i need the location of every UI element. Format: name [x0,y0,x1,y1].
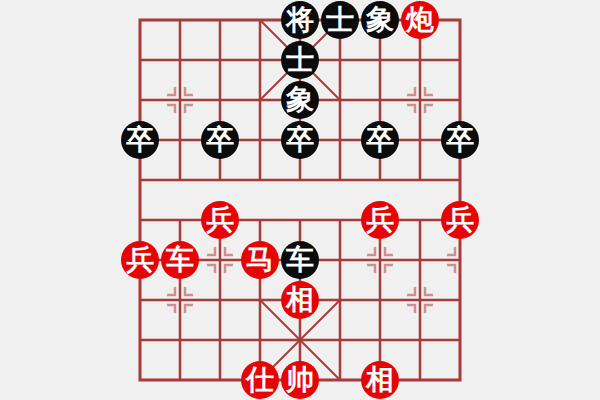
board-point-8-0[interactable] [440,0,480,40]
board-point-7-2[interactable] [400,80,440,120]
piece-black-elephant[interactable]: 象 [361,1,399,39]
board-point-0-3[interactable]: 卒 [120,120,160,160]
board-point-4-1[interactable]: 士 [280,40,320,80]
board-point-5-3[interactable] [320,120,360,160]
board-point-6-1[interactable] [360,40,400,80]
board-point-4-8[interactable] [280,320,320,360]
board-point-1-7[interactable] [160,280,200,320]
piece-black-advisor[interactable]: 士 [321,1,359,39]
xiangqi-board-grid: 将士象炮士象卒卒卒卒卒兵兵兵兵车马车相仕帅相 [120,0,480,400]
board-point-6-9[interactable]: 相 [360,360,400,400]
board-point-5-5[interactable] [320,200,360,240]
piece-red-pawn[interactable]: 兵 [121,241,159,279]
board-point-6-3[interactable]: 卒 [360,120,400,160]
board-point-0-6[interactable]: 兵 [120,240,160,280]
board-point-3-3[interactable] [240,120,280,160]
piece-red-general[interactable]: 帅 [281,361,319,399]
board-point-4-3[interactable]: 卒 [280,120,320,160]
board-point-0-7[interactable] [120,280,160,320]
board-point-2-1[interactable] [200,40,240,80]
board-point-7-6[interactable] [400,240,440,280]
board-point-8-3[interactable]: 卒 [440,120,480,160]
board-point-1-2[interactable] [160,80,200,120]
board-point-6-2[interactable] [360,80,400,120]
piece-black-pawn[interactable]: 卒 [361,121,399,159]
board-point-0-8[interactable] [120,320,160,360]
piece-black-chariot[interactable]: 车 [281,241,319,279]
board-point-3-8[interactable] [240,320,280,360]
board-point-7-8[interactable] [400,320,440,360]
board-point-3-9[interactable]: 仕 [240,360,280,400]
board-point-8-5[interactable]: 兵 [440,200,480,240]
board-point-5-8[interactable] [320,320,360,360]
board-point-0-1[interactable] [120,40,160,80]
board-point-6-5[interactable]: 兵 [360,200,400,240]
board-point-2-7[interactable] [200,280,240,320]
piece-black-pawn[interactable]: 卒 [441,121,479,159]
piece-red-pawn[interactable]: 兵 [201,201,239,239]
piece-red-pawn[interactable]: 兵 [361,201,399,239]
board-point-0-5[interactable] [120,200,160,240]
board-point-6-7[interactable] [360,280,400,320]
xiangqi-app: 将士象炮士象卒卒卒卒卒兵兵兵兵车马车相仕帅相 [0,0,600,400]
board-point-7-1[interactable] [400,40,440,80]
board-point-2-8[interactable] [200,320,240,360]
piece-red-pawn[interactable]: 兵 [441,201,479,239]
board-point-5-6[interactable] [320,240,360,280]
piece-black-pawn[interactable]: 卒 [201,121,239,159]
board-point-2-9[interactable] [200,360,240,400]
board-point-5-2[interactable] [320,80,360,120]
board-point-1-9[interactable] [160,360,200,400]
board-point-0-2[interactable] [120,80,160,120]
board-point-8-4[interactable] [440,160,480,200]
piece-red-cannon[interactable]: 炮 [401,1,439,39]
board-point-4-4[interactable] [280,160,320,200]
board-point-1-0[interactable] [160,0,200,40]
piece-red-elephant[interactable]: 相 [361,361,399,399]
board-point-7-4[interactable] [400,160,440,200]
board-point-6-6[interactable] [360,240,400,280]
board-point-5-9[interactable] [320,360,360,400]
board-point-8-8[interactable] [440,320,480,360]
board-point-1-6[interactable]: 车 [160,240,200,280]
piece-black-advisor[interactable]: 士 [281,41,319,79]
board-point-8-6[interactable] [440,240,480,280]
board-point-6-4[interactable] [360,160,400,200]
board-point-0-0[interactable] [120,0,160,40]
board-point-8-7[interactable] [440,280,480,320]
board-point-1-1[interactable] [160,40,200,80]
board-point-3-1[interactable] [240,40,280,80]
board-point-4-7[interactable]: 相 [280,280,320,320]
board-point-5-1[interactable] [320,40,360,80]
board-point-7-7[interactable] [400,280,440,320]
board-point-3-2[interactable] [240,80,280,120]
board-point-2-2[interactable] [200,80,240,120]
board-point-6-8[interactable] [360,320,400,360]
board-point-4-5[interactable] [280,200,320,240]
board-point-0-9[interactable] [120,360,160,400]
piece-red-elephant[interactable]: 相 [281,281,319,319]
piece-black-pawn[interactable]: 卒 [121,121,159,159]
board-point-1-8[interactable] [160,320,200,360]
board-point-3-7[interactable] [240,280,280,320]
piece-black-elephant[interactable]: 象 [281,81,319,119]
board-point-7-3[interactable] [400,120,440,160]
board-point-5-0[interactable]: 士 [320,0,360,40]
board-point-1-3[interactable] [160,120,200,160]
board-point-7-0[interactable]: 炮 [400,0,440,40]
board-point-2-6[interactable] [200,240,240,280]
board-point-3-6[interactable]: 马 [240,240,280,280]
board-point-2-4[interactable] [200,160,240,200]
piece-red-horse[interactable]: 马 [241,241,279,279]
board-point-6-0[interactable]: 象 [360,0,400,40]
board-point-2-3[interactable]: 卒 [200,120,240,160]
board-point-4-6[interactable]: 车 [280,240,320,280]
board-point-8-9[interactable] [440,360,480,400]
board-point-4-9[interactable]: 帅 [280,360,320,400]
board-point-2-5[interactable]: 兵 [200,200,240,240]
piece-black-general[interactable]: 将 [281,1,319,39]
board-point-8-2[interactable] [440,80,480,120]
piece-red-chariot[interactable]: 车 [161,241,199,279]
board-point-3-0[interactable] [240,0,280,40]
board-point-3-5[interactable] [240,200,280,240]
piece-black-pawn[interactable]: 卒 [281,121,319,159]
board-point-1-5[interactable] [160,200,200,240]
board-point-7-9[interactable] [400,360,440,400]
board-point-4-0[interactable]: 将 [280,0,320,40]
board-point-5-7[interactable] [320,280,360,320]
board-point-4-2[interactable]: 象 [280,80,320,120]
board-point-1-4[interactable] [160,160,200,200]
board-point-8-1[interactable] [440,40,480,80]
board-point-2-0[interactable] [200,0,240,40]
piece-red-advisor[interactable]: 仕 [241,361,279,399]
board-point-5-4[interactable] [320,160,360,200]
board-point-3-4[interactable] [240,160,280,200]
board-point-0-4[interactable] [120,160,160,200]
board-point-7-5[interactable] [400,200,440,240]
